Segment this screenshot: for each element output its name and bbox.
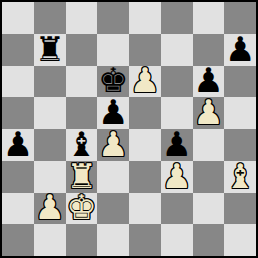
square-b5[interactable] bbox=[34, 97, 66, 129]
black-pawn-a4: ♟ bbox=[3, 129, 33, 161]
square-a7[interactable] bbox=[2, 34, 34, 66]
square-c5[interactable] bbox=[66, 97, 98, 129]
white-bishop-h3: ♝ bbox=[225, 161, 255, 193]
black-pawn-f4: ♟ bbox=[161, 129, 191, 161]
square-f3[interactable]: ♟ bbox=[161, 161, 193, 193]
square-e8[interactable] bbox=[129, 2, 161, 34]
square-e5[interactable] bbox=[129, 97, 161, 129]
square-g6[interactable]: ♟ bbox=[193, 66, 225, 98]
black-pawn-h7: ♟ bbox=[225, 34, 255, 66]
square-h1[interactable] bbox=[224, 224, 256, 256]
square-g5[interactable]: ♟ bbox=[193, 97, 225, 129]
black-rook-b7: ♜ bbox=[34, 34, 64, 66]
square-a2[interactable] bbox=[2, 193, 34, 225]
square-c7[interactable] bbox=[66, 34, 98, 66]
square-h6[interactable] bbox=[224, 66, 256, 98]
square-b8[interactable] bbox=[34, 2, 66, 34]
square-f6[interactable] bbox=[161, 66, 193, 98]
square-h4[interactable] bbox=[224, 129, 256, 161]
square-b7[interactable]: ♜ bbox=[34, 34, 66, 66]
square-e1[interactable] bbox=[129, 224, 161, 256]
black-pawn-d5: ♟ bbox=[98, 97, 128, 129]
square-e3[interactable] bbox=[129, 161, 161, 193]
square-a4[interactable]: ♟ bbox=[2, 129, 34, 161]
square-c4[interactable]: ♝ bbox=[66, 129, 98, 161]
square-b6[interactable] bbox=[34, 66, 66, 98]
square-a1[interactable] bbox=[2, 224, 34, 256]
square-h7[interactable]: ♟ bbox=[224, 34, 256, 66]
square-f7[interactable] bbox=[161, 34, 193, 66]
square-a3[interactable] bbox=[2, 161, 34, 193]
square-b4[interactable] bbox=[34, 129, 66, 161]
square-b1[interactable] bbox=[34, 224, 66, 256]
square-d4[interactable]: ♟ bbox=[97, 129, 129, 161]
square-c1[interactable] bbox=[66, 224, 98, 256]
square-h3[interactable]: ♝ bbox=[224, 161, 256, 193]
square-d2[interactable] bbox=[97, 193, 129, 225]
white-pawn-d4: ♟ bbox=[98, 129, 128, 161]
square-a5[interactable] bbox=[2, 97, 34, 129]
black-bishop-c4: ♝ bbox=[66, 129, 96, 161]
square-e2[interactable] bbox=[129, 193, 161, 225]
square-g8[interactable] bbox=[193, 2, 225, 34]
square-d8[interactable] bbox=[97, 2, 129, 34]
black-king-d6: ♚ bbox=[98, 66, 128, 98]
square-e7[interactable] bbox=[129, 34, 161, 66]
square-a8[interactable] bbox=[2, 2, 34, 34]
square-c8[interactable] bbox=[66, 2, 98, 34]
square-g4[interactable] bbox=[193, 129, 225, 161]
square-d1[interactable] bbox=[97, 224, 129, 256]
square-f1[interactable] bbox=[161, 224, 193, 256]
square-d3[interactable] bbox=[97, 161, 129, 193]
square-c6[interactable] bbox=[66, 66, 98, 98]
square-b3[interactable] bbox=[34, 161, 66, 193]
square-g2[interactable] bbox=[193, 193, 225, 225]
square-a6[interactable] bbox=[2, 66, 34, 98]
white-pawn-b2: ♟ bbox=[34, 193, 64, 225]
white-king-c2: ♚ bbox=[66, 193, 96, 225]
square-f5[interactable] bbox=[161, 97, 193, 129]
square-f8[interactable] bbox=[161, 2, 193, 34]
square-g7[interactable] bbox=[193, 34, 225, 66]
square-e4[interactable] bbox=[129, 129, 161, 161]
square-f2[interactable] bbox=[161, 193, 193, 225]
square-h8[interactable] bbox=[224, 2, 256, 34]
white-pawn-f3: ♟ bbox=[161, 161, 191, 193]
square-d7[interactable] bbox=[97, 34, 129, 66]
black-pawn-g6: ♟ bbox=[193, 66, 223, 98]
square-b2[interactable]: ♟ bbox=[34, 193, 66, 225]
square-g3[interactable] bbox=[193, 161, 225, 193]
square-h5[interactable] bbox=[224, 97, 256, 129]
square-f4[interactable]: ♟ bbox=[161, 129, 193, 161]
square-c2[interactable]: ♚ bbox=[66, 193, 98, 225]
square-g1[interactable] bbox=[193, 224, 225, 256]
white-pawn-g5: ♟ bbox=[193, 97, 223, 129]
square-e6[interactable]: ♟ bbox=[129, 66, 161, 98]
chess-board: ♜♟♚♟♟♟♟♟♝♟♟♜♟♝♟♚ bbox=[0, 0, 258, 258]
square-d6[interactable]: ♚ bbox=[97, 66, 129, 98]
square-c3[interactable]: ♜ bbox=[66, 161, 98, 193]
square-d5[interactable]: ♟ bbox=[97, 97, 129, 129]
square-h2[interactable] bbox=[224, 193, 256, 225]
white-pawn-e6: ♟ bbox=[130, 66, 160, 98]
white-rook-c3: ♜ bbox=[66, 161, 96, 193]
